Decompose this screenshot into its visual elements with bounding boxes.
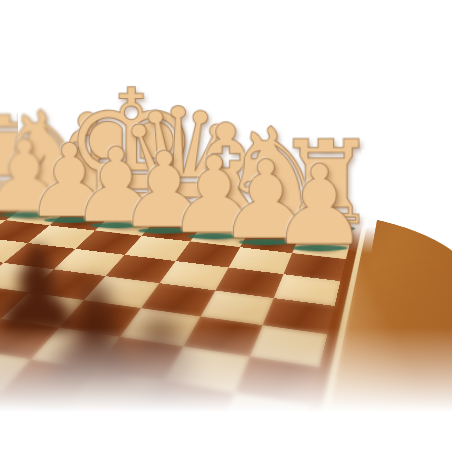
white-pawn-a2[interactable]: ♟ [270, 150, 369, 261]
board-grid: ♜♞♝♚♛♝♞♜♟♟♟♟♟♟♟♟ [0, 187, 355, 451]
square-c7[interactable] [96, 337, 184, 381]
board-inlay-frame: ♜♞♝♚♛♝♞♜♟♟♟♟♟♟♟♟ [0, 183, 368, 452]
chess-board: ♜♞♝♚♛♝♞♜♟♟♟♟♟♟♟♟ [0, 180, 452, 452]
square-a5[interactable] [263, 298, 335, 334]
square-a2[interactable]: ♟ [292, 234, 351, 259]
chess-photo-stage: ♜♞♝♚♛♝♞♜♟♟♟♟♟♟♟♟ ♟♟♝ [0, 0, 452, 452]
board-scene: ♜♞♝♚♛♝♞♜♟♟♟♟♟♟♟♟ ♟♟♝ [0, 0, 452, 452]
board-grid-wrap: ♜♞♝♚♛♝♞♜♟♟♟♟♟♟♟♟ [0, 187, 355, 451]
